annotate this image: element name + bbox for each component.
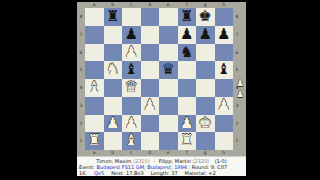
- square-h4[interactable]: [215, 79, 234, 97]
- black-bishop-h5: ♝: [217, 61, 230, 79]
- square-a2[interactable]: [85, 115, 104, 133]
- square-e2[interactable]: [159, 115, 178, 133]
- black-queen-e5: ♛: [162, 61, 175, 79]
- rank-label-8: 8: [77, 8, 85, 26]
- square-d6[interactable]: [141, 44, 160, 62]
- black-king-g8: ♚: [199, 8, 212, 26]
- square-d3[interactable]: ♟: [141, 97, 160, 115]
- square-d2[interactable]: [141, 115, 160, 133]
- rank-label-6: 6: [233, 44, 241, 62]
- square-g8[interactable]: ♚: [196, 8, 215, 26]
- square-a1[interactable]: ♜: [85, 132, 104, 150]
- square-g7[interactable]: ♟: [196, 26, 215, 44]
- white-pawn-d3: ♟: [143, 96, 156, 114]
- ranks-left: 87654321: [77, 8, 85, 150]
- square-d4[interactable]: [141, 79, 160, 97]
- white-rook-f1: ♜: [180, 132, 193, 150]
- square-g5[interactable]: [196, 61, 215, 79]
- white-pawn-b2: ♟: [106, 114, 119, 132]
- square-b4[interactable]: [104, 79, 123, 97]
- game-info-panel: Timon, Maxim (2310) - Filipp, Martin (23…: [77, 156, 246, 176]
- material-tray: ♟♟: [234, 78, 246, 99]
- rank-label-7: 7: [77, 26, 85, 44]
- square-b1[interactable]: [104, 132, 123, 150]
- square-b2[interactable]: ♟: [104, 115, 123, 133]
- white-king-g2: ♚: [199, 114, 212, 132]
- white-pawn-icon: ♟: [236, 78, 244, 88]
- rank-label-3: 3: [77, 97, 85, 115]
- black-pawn-g7: ♟: [199, 25, 212, 43]
- square-c6[interactable]: ♟: [122, 44, 141, 62]
- square-d1[interactable]: [141, 132, 160, 150]
- square-a8[interactable]: [85, 8, 104, 26]
- square-d8[interactable]: [141, 8, 160, 26]
- rank-label-6: 6: [77, 44, 85, 62]
- rank-label-2: 2: [77, 115, 85, 133]
- rank-label-3: 3: [233, 97, 241, 115]
- square-b3[interactable]: [104, 97, 123, 115]
- rank-label-2: 2: [233, 115, 241, 133]
- square-f5[interactable]: [178, 61, 197, 79]
- last-move[interactable]: Qe5: [94, 170, 104, 176]
- square-f6[interactable]: ♞: [178, 44, 197, 62]
- square-e7[interactable]: [159, 26, 178, 44]
- square-h1[interactable]: [215, 132, 234, 150]
- square-d5[interactable]: [141, 61, 160, 79]
- square-e3[interactable]: [159, 97, 178, 115]
- rank-label-1: 1: [77, 132, 85, 150]
- square-a6[interactable]: [85, 44, 104, 62]
- white-knight-b5: ♞: [106, 61, 119, 79]
- rank-label-5: 5: [77, 61, 85, 79]
- black-pawn-h7: ♟: [217, 25, 230, 43]
- square-g1[interactable]: [196, 132, 215, 150]
- square-h6[interactable]: [215, 44, 234, 62]
- square-g3[interactable]: [196, 97, 215, 115]
- chess-board: ♜♜♚♟♟♟♟♟♞♞♝♛♝♝♛♟♟♟♟♟♚♜♝♜: [85, 8, 233, 150]
- square-h8[interactable]: [215, 8, 234, 26]
- rank-label-7: 7: [233, 26, 241, 44]
- square-b8[interactable]: ♜: [104, 8, 123, 26]
- rank-label-5: 5: [233, 61, 241, 79]
- black-rook-f8: ♜: [180, 8, 193, 26]
- black-knight-f6: ♞: [180, 43, 193, 61]
- square-f8[interactable]: ♜: [178, 8, 197, 26]
- square-f4[interactable]: [178, 79, 197, 97]
- square-c3[interactable]: [122, 97, 141, 115]
- square-h5[interactable]: ♝: [215, 61, 234, 79]
- material-balance: Material: +2: [185, 170, 216, 176]
- black-bishop-c5: ♝: [125, 61, 138, 79]
- white-pawn-icon: ♟: [236, 89, 244, 99]
- white-pawn-c6: ♟: [125, 43, 138, 61]
- black-rook-b8: ♜: [106, 8, 119, 26]
- black-pawn-f7: ♟: [180, 25, 193, 43]
- square-g4[interactable]: [196, 79, 215, 97]
- square-g2[interactable]: ♚: [196, 115, 215, 133]
- square-a3[interactable]: [85, 97, 104, 115]
- move-line: 16. Qe5 Next: 17.Be3 Length: 37 Material…: [79, 170, 244, 176]
- square-a7[interactable]: [85, 26, 104, 44]
- square-c2[interactable]: ♟: [122, 115, 141, 133]
- rank-label-1: 1: [233, 132, 241, 150]
- square-f7[interactable]: ♟: [178, 26, 197, 44]
- square-f2[interactable]: ♟: [178, 115, 197, 133]
- square-e4[interactable]: [159, 79, 178, 97]
- square-g6[interactable]: [196, 44, 215, 62]
- square-b7[interactable]: [104, 26, 123, 44]
- square-c1[interactable]: ♝: [122, 132, 141, 150]
- square-e8[interactable]: [159, 8, 178, 26]
- white-queen-c4: ♛: [125, 79, 138, 97]
- game-length: Length: 37: [151, 170, 178, 176]
- square-a5[interactable]: [85, 61, 104, 79]
- square-h7[interactable]: ♟: [215, 26, 234, 44]
- square-e5[interactable]: ♛: [159, 61, 178, 79]
- square-c8[interactable]: [122, 8, 141, 26]
- white-bishop-c1: ♝: [125, 132, 138, 150]
- ranks-right: ♟♟ 87654321: [233, 8, 246, 150]
- rank-label-8: 8: [233, 8, 241, 26]
- square-f3[interactable]: [178, 97, 197, 115]
- square-c7[interactable]: ♟: [122, 26, 141, 44]
- white-pawn-h3: ♟: [217, 96, 230, 114]
- move-number: 16.: [79, 170, 87, 176]
- square-b6[interactable]: [104, 44, 123, 62]
- white-pawn-f2: ♟: [180, 114, 193, 132]
- black-pawn-c7: ♟: [125, 25, 138, 43]
- square-e1[interactable]: [159, 132, 178, 150]
- square-f1[interactable]: ♜: [178, 132, 197, 150]
- white-bishop-a4: ♝: [88, 79, 101, 97]
- white-rook-a1: ♜: [88, 132, 101, 150]
- square-d7[interactable]: [141, 26, 160, 44]
- white-pawn-c2: ♟: [125, 114, 138, 132]
- square-e6[interactable]: [159, 44, 178, 62]
- square-h2[interactable]: [215, 115, 234, 133]
- rank-label-4: 4: [77, 79, 85, 97]
- chess-diagram-widget: abcdefgh 87654321 ♜♜♚♟♟♟♟♟♞♞♝♛♝♝♛♟♟♟♟♟♚♜…: [77, 2, 246, 176]
- square-c4[interactable]: ♛: [122, 79, 141, 97]
- square-c5[interactable]: ♝: [122, 61, 141, 79]
- square-a4[interactable]: ♝: [85, 79, 104, 97]
- square-h3[interactable]: ♟: [215, 97, 234, 115]
- square-b5[interactable]: ♞: [104, 61, 123, 79]
- next-move: Next: 17.Be3: [111, 170, 144, 176]
